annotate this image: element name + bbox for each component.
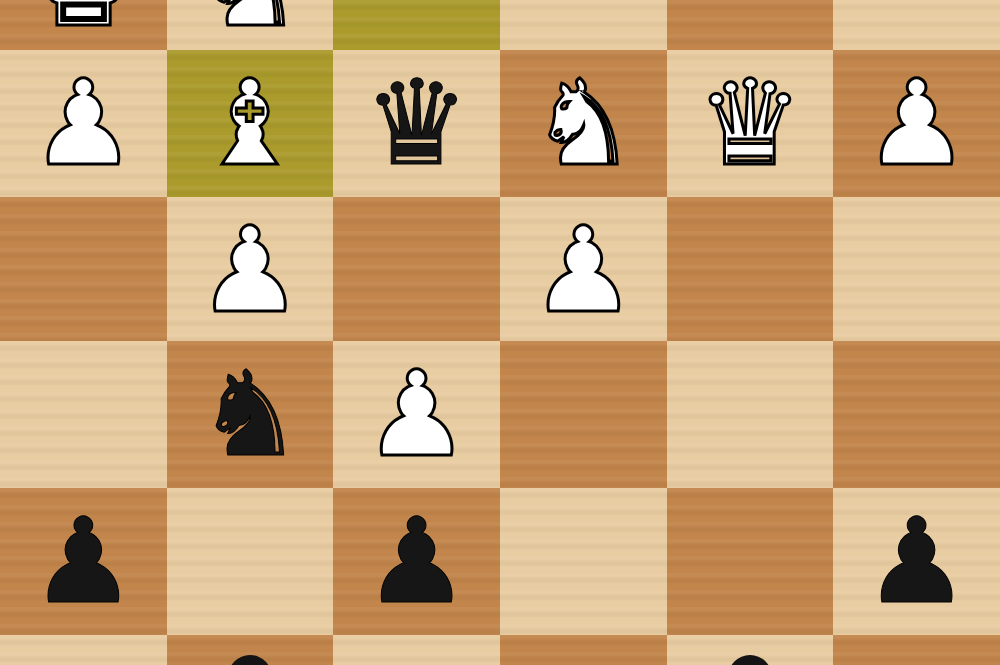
square-b2[interactable]: ♟ xyxy=(833,50,1000,197)
square-e3[interactable] xyxy=(333,197,500,341)
square-g5[interactable]: ♟ xyxy=(0,488,167,635)
square-c3[interactable] xyxy=(667,197,834,341)
square-c4[interactable] xyxy=(667,341,834,488)
black-pawn[interactable]: ♟ xyxy=(0,488,167,635)
white-bishop[interactable]: ♝ xyxy=(167,50,334,197)
square-d1[interactable] xyxy=(500,0,667,50)
white-knight[interactable]: ♞ xyxy=(167,0,334,50)
white-pawn[interactable]: ♟ xyxy=(833,50,1000,197)
square-d6[interactable] xyxy=(500,635,667,665)
square-f3[interactable]: ♟ xyxy=(167,197,334,341)
square-f4[interactable]: ♞ xyxy=(167,341,334,488)
square-e4[interactable]: ♟ xyxy=(333,341,500,488)
square-g6[interactable] xyxy=(0,635,167,665)
square-g1[interactable]: ♚ xyxy=(0,0,167,50)
square-b3[interactable] xyxy=(833,197,1000,341)
white-king[interactable]: ♚ xyxy=(0,0,167,50)
square-b4[interactable] xyxy=(833,341,1000,488)
square-e5[interactable]: ♟ xyxy=(333,488,500,635)
square-d3[interactable]: ♟ xyxy=(500,197,667,341)
square-e1[interactable] xyxy=(333,0,500,50)
square-b6[interactable] xyxy=(833,635,1000,665)
square-e6[interactable] xyxy=(333,635,500,665)
black-knight[interactable]: ♞ xyxy=(167,341,334,488)
white-pawn[interactable]: ♟ xyxy=(167,197,334,341)
square-g4[interactable] xyxy=(0,341,167,488)
chess-board: ♚♞♟♝♛♞♛♟♟♟♞♟♟♟♟ xyxy=(0,0,1000,665)
square-d4[interactable] xyxy=(500,341,667,488)
square-c5[interactable] xyxy=(667,488,834,635)
square-d2[interactable]: ♞ xyxy=(500,50,667,197)
square-f6[interactable] xyxy=(167,635,334,665)
square-c1[interactable] xyxy=(667,0,834,50)
square-d5[interactable] xyxy=(500,488,667,635)
square-b1[interactable] xyxy=(833,0,1000,50)
square-g3[interactable] xyxy=(0,197,167,341)
square-f1[interactable]: ♞ xyxy=(167,0,334,50)
square-c2[interactable]: ♛ xyxy=(667,50,834,197)
black-pawn[interactable]: ♟ xyxy=(833,488,1000,635)
white-pawn[interactable]: ♟ xyxy=(333,341,500,488)
square-b5[interactable]: ♟ xyxy=(833,488,1000,635)
square-e2[interactable]: ♛ xyxy=(333,50,500,197)
black-pawn[interactable] xyxy=(728,655,772,665)
square-g2[interactable]: ♟ xyxy=(0,50,167,197)
square-c6[interactable] xyxy=(667,635,834,665)
square-f5[interactable] xyxy=(167,488,334,635)
black-queen[interactable]: ♛ xyxy=(333,50,500,197)
white-knight[interactable]: ♞ xyxy=(500,50,667,197)
square-f2[interactable]: ♝ xyxy=(167,50,334,197)
white-queen[interactable]: ♛ xyxy=(667,50,834,197)
white-pawn[interactable]: ♟ xyxy=(500,197,667,341)
white-pawn[interactable]: ♟ xyxy=(0,50,167,197)
black-pawn[interactable] xyxy=(228,655,272,665)
black-pawn[interactable]: ♟ xyxy=(333,488,500,635)
